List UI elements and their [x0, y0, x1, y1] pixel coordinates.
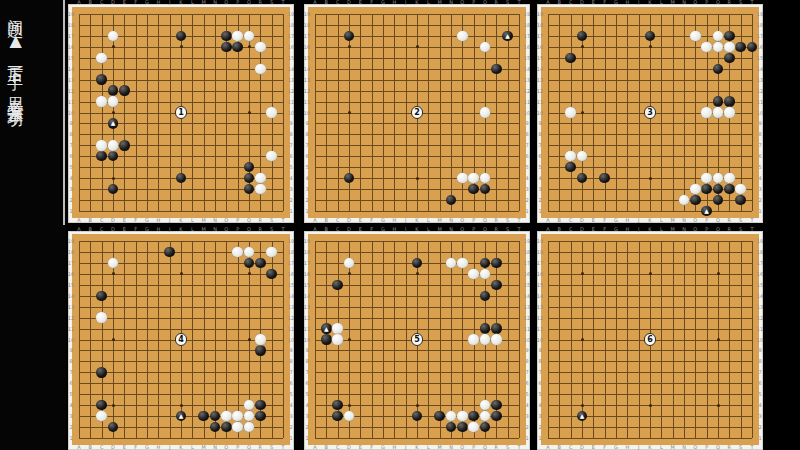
- coord-letter-top: P: [705, 0, 708, 5]
- coord-number-right: 16: [524, 271, 530, 276]
- white-stone-Q10: [713, 107, 723, 117]
- triangle-mark-icon: ▲: [324, 325, 329, 331]
- black-stone-C14: [96, 291, 106, 301]
- go-board-panel-6[interactable]: AA1919BB1818CC1717DD1616EE1515FF1414GG13…: [537, 231, 763, 450]
- grid-line-v: [204, 241, 205, 438]
- grid-line-h: [79, 361, 283, 362]
- white-stone-R14: [255, 64, 265, 74]
- coord-letter-top: H: [156, 227, 160, 232]
- white-stone-S10: [266, 107, 276, 117]
- coord-number-right: 9: [525, 348, 528, 353]
- coord-number-right: 18: [757, 22, 763, 27]
- black-stone-E12: [119, 85, 129, 95]
- coord-number-right: 6: [758, 381, 761, 386]
- coord-number-right: 15: [288, 282, 294, 287]
- problem-title-vertical: 问题：▲后下一手 思考与基本功: [6, 6, 25, 102]
- grid-line-v: [238, 241, 239, 438]
- coord-letter-bottom: J: [405, 218, 406, 223]
- coord-number-right: 4: [758, 176, 761, 181]
- coord-number-right: 17: [757, 260, 763, 265]
- white-stone-Q10: [480, 334, 490, 344]
- coord-number-right: 16: [757, 271, 763, 276]
- coord-letter-top: M: [437, 227, 441, 232]
- star-point: [348, 272, 351, 275]
- coord-letter-top: K: [179, 227, 182, 232]
- star-point: [416, 45, 419, 48]
- coord-letter-bottom: C: [100, 445, 104, 450]
- black-stone-P3: [701, 184, 711, 194]
- grid-line-v: [707, 241, 708, 438]
- coord-number-right: 1: [758, 436, 761, 441]
- coord-number-right: 16: [288, 271, 294, 276]
- coord-letter-bottom: A: [313, 218, 316, 223]
- coord-number-left: 6: [69, 154, 72, 159]
- coord-number-right: 2: [289, 198, 292, 203]
- coord-letter-bottom: O: [693, 445, 697, 450]
- coord-letter-bottom: K: [415, 445, 418, 450]
- coord-letter-bottom: T: [750, 218, 753, 223]
- coord-number-right: 12: [524, 315, 530, 320]
- white-stone-R3: [255, 184, 265, 194]
- coord-number-left: 1: [69, 436, 72, 441]
- star-point: [248, 338, 251, 341]
- coord-number-left: 11: [537, 326, 543, 331]
- white-stone-P16: [701, 42, 711, 52]
- coord-number-left: 9: [69, 348, 72, 353]
- coord-letter-bottom: O: [224, 445, 228, 450]
- coord-number-right: 18: [524, 22, 530, 27]
- coord-letter-top: K: [648, 227, 651, 232]
- go-board-panel-4[interactable]: AA1919BB1818CC1717DD1616EE1515FF1414GG13…: [68, 231, 294, 450]
- coord-number-right: 6: [525, 154, 528, 159]
- white-stone-D7: [108, 140, 118, 150]
- white-stone-P10: [701, 107, 711, 117]
- coord-letter-top: B: [558, 227, 561, 232]
- coord-letter-top: J: [405, 0, 406, 5]
- star-point: [348, 338, 351, 341]
- star-point: [348, 111, 351, 114]
- coord-number-left: 10: [537, 337, 543, 342]
- coord-number-right: 5: [758, 392, 761, 397]
- star-point: [416, 177, 419, 180]
- coord-letter-bottom: N: [449, 445, 453, 450]
- coord-letter-top: B: [325, 0, 328, 5]
- coord-letter-top: K: [415, 227, 418, 232]
- star-point: [717, 404, 720, 407]
- grid-line-v: [519, 14, 520, 211]
- coord-letter-top: K: [648, 0, 651, 5]
- coord-letter-bottom: R: [495, 445, 498, 450]
- go-board-panel-3[interactable]: AA1919BB1818CC1717DD1616EE1515FF1414GG13…: [537, 4, 763, 223]
- coord-number-left: 8: [69, 132, 72, 137]
- black-stone-P3: [468, 411, 478, 421]
- coord-letter-top: G: [381, 0, 385, 5]
- black-stone-M3: [198, 411, 208, 421]
- grid-line-v: [428, 14, 429, 211]
- black-stone-R15: [724, 53, 734, 63]
- white-stone-O17: [690, 31, 700, 41]
- black-stone-R11: [491, 323, 501, 333]
- coord-letter-bottom: P: [236, 218, 239, 223]
- coord-number-left: 15: [68, 282, 74, 287]
- coord-number-left: 4: [69, 176, 72, 181]
- coord-letter-top: C: [569, 0, 573, 5]
- grid-line-h: [315, 394, 519, 395]
- star-point: [112, 45, 115, 48]
- grid-line-h: [315, 372, 519, 373]
- coord-number-left: 19: [304, 239, 310, 244]
- grid-line-v: [729, 241, 730, 438]
- coord-number-left: 10: [68, 110, 74, 115]
- coord-letter-bottom: A: [546, 445, 549, 450]
- coord-number-right: 6: [758, 154, 761, 159]
- coord-number-right: 17: [524, 33, 530, 38]
- coord-number-right: 4: [758, 403, 761, 408]
- white-stone-O3: [690, 184, 700, 194]
- coord-letter-top: H: [392, 0, 396, 5]
- black-stone-R15: [491, 280, 501, 290]
- triangle-mark-icon: ▲: [179, 413, 184, 419]
- star-point: [180, 45, 183, 48]
- black-stone-B11: ▲: [321, 323, 331, 333]
- coord-letter-top: Q: [483, 0, 487, 5]
- coord-number-left: 5: [305, 165, 308, 170]
- coord-letter-bottom: D: [347, 445, 351, 450]
- coord-number-right: 11: [288, 326, 294, 331]
- coord-number-right: 13: [757, 304, 763, 309]
- coord-number-left: 9: [305, 121, 308, 126]
- star-point: [581, 404, 584, 407]
- go-board-panel-5[interactable]: AA1919BB1818CC1717DD1616EE1515FF1414GG13…: [304, 231, 530, 450]
- coord-letter-top: Q: [716, 0, 720, 5]
- black-stone-M3: [434, 411, 444, 421]
- star-point: [581, 272, 584, 275]
- coord-number-right: 19: [757, 239, 763, 244]
- coord-number-left: 2: [69, 425, 72, 430]
- coord-number-left: 8: [69, 359, 72, 364]
- coord-letter-top: M: [437, 0, 441, 5]
- black-stone-O2: [457, 422, 467, 432]
- coord-number-left: 6: [69, 381, 72, 386]
- coord-number-right: 10: [524, 110, 530, 115]
- coord-letter-bottom: L: [191, 218, 194, 223]
- coord-letter-bottom: A: [77, 445, 80, 450]
- coord-letter-top: F: [134, 0, 137, 5]
- coord-number-right: 5: [525, 392, 528, 397]
- coord-letter-bottom: J: [405, 445, 406, 450]
- coord-number-right: 15: [524, 282, 530, 287]
- grid-line-h: [79, 200, 283, 201]
- coord-number-right: 7: [289, 143, 292, 148]
- grid-line-h: [79, 394, 283, 395]
- coord-number-left: 16: [537, 271, 543, 276]
- coord-number-right: 19: [757, 12, 763, 17]
- coord-letter-top: G: [145, 227, 149, 232]
- black-stone-R9: [255, 345, 265, 355]
- coord-number-right: 12: [288, 88, 294, 93]
- coord-number-right: 2: [758, 198, 761, 203]
- coord-number-left: 17: [68, 260, 74, 265]
- coord-letter-bottom: J: [638, 445, 639, 450]
- coord-number-right: 9: [289, 121, 292, 126]
- grid-line-h: [315, 350, 519, 351]
- coord-number-left: 6: [538, 154, 541, 159]
- white-stone-P10: [468, 334, 478, 344]
- grid-line-h: [315, 383, 519, 384]
- coord-number-right: 3: [525, 414, 528, 419]
- coord-letter-top: A: [546, 0, 549, 5]
- black-stone-R17: [491, 258, 501, 268]
- coord-number-left: 3: [305, 414, 308, 419]
- coord-number-right: 15: [757, 55, 763, 60]
- grid-line-h: [315, 156, 519, 157]
- grid-line-v: [684, 14, 685, 211]
- coord-letter-bottom: G: [381, 218, 385, 223]
- go-board-panel-1[interactable]: AA1919BB1818CC1717DD1616EE1515FF1414GG13…: [68, 4, 294, 223]
- coord-number-left: 10: [304, 337, 310, 342]
- coord-number-left: 9: [305, 348, 308, 353]
- star-point: [649, 272, 652, 275]
- coord-number-right: 14: [757, 293, 763, 298]
- grid-line-v: [428, 241, 429, 438]
- coord-number-right: 11: [757, 99, 763, 104]
- coord-number-left: 12: [304, 88, 310, 93]
- coord-number-left: 19: [304, 12, 310, 17]
- black-stone-C13: [96, 74, 106, 84]
- coord-letter-bottom: T: [281, 218, 284, 223]
- coord-number-left: 16: [68, 44, 74, 49]
- coord-number-right: 12: [757, 88, 763, 93]
- coord-letter-top: D: [347, 0, 351, 5]
- grid-line-v: [508, 14, 509, 211]
- black-stone-C15: [565, 53, 575, 63]
- white-stone-S3: [735, 184, 745, 194]
- coord-number-left: 13: [537, 77, 543, 82]
- coord-number-left: 4: [305, 403, 308, 408]
- coord-letter-top: H: [392, 227, 396, 232]
- coord-letter-top: T: [281, 227, 284, 232]
- coord-letter-bottom: L: [427, 218, 430, 223]
- grid-line-v: [192, 14, 193, 211]
- coord-number-right: 9: [758, 121, 761, 126]
- coord-number-left: 16: [304, 44, 310, 49]
- coord-letter-bottom: S: [506, 218, 509, 223]
- coord-number-left: 17: [537, 33, 543, 38]
- star-point: [717, 272, 720, 275]
- coord-number-right: 10: [757, 337, 763, 342]
- coord-number-left: 3: [538, 187, 541, 192]
- coord-number-left: 17: [68, 33, 74, 38]
- coord-number-left: 19: [537, 239, 543, 244]
- grid-line-h: [548, 123, 752, 124]
- grid-line-h: [315, 200, 519, 201]
- star-point: [416, 404, 419, 407]
- grid-line-v: [451, 14, 452, 211]
- coord-letter-bottom: Q: [716, 445, 720, 450]
- black-stone-Q11: [480, 323, 490, 333]
- coord-number-left: 14: [304, 293, 310, 298]
- coord-letter-bottom: E: [359, 445, 362, 450]
- coord-number-left: 2: [538, 425, 541, 430]
- coord-letter-top: N: [449, 0, 453, 5]
- white-stone-C3: [96, 411, 106, 421]
- coord-number-left: 12: [68, 88, 74, 93]
- coord-letter-bottom: E: [592, 445, 595, 450]
- star-point: [581, 45, 584, 48]
- grid-line-v: [673, 241, 674, 438]
- coord-number-left: 12: [537, 315, 543, 320]
- coord-number-left: 11: [304, 326, 310, 331]
- coord-number-left: 3: [69, 414, 72, 419]
- coord-letter-top: M: [670, 227, 674, 232]
- coord-number-left: 7: [305, 370, 308, 375]
- coord-letter-bottom: H: [392, 218, 396, 223]
- black-stone-S17: ▲: [502, 31, 512, 41]
- coord-number-left: 15: [537, 282, 543, 287]
- coord-letter-bottom: M: [670, 218, 674, 223]
- coord-number-left: 6: [305, 154, 308, 159]
- coord-number-left: 1: [305, 436, 308, 441]
- coord-letter-bottom: Q: [483, 218, 487, 223]
- coord-letter-top: B: [89, 227, 92, 232]
- coord-number-left: 8: [305, 132, 308, 137]
- coord-letter-top: F: [370, 0, 373, 5]
- triangle-mark-icon: ▲: [704, 207, 709, 213]
- coord-letter-top: K: [179, 0, 182, 5]
- coord-number-right: 13: [288, 77, 294, 82]
- coord-number-right: 5: [758, 165, 761, 170]
- coord-letter-top: L: [427, 0, 430, 5]
- coord-letter-top: P: [236, 0, 239, 5]
- coord-number-left: 2: [305, 198, 308, 203]
- coord-number-right: 4: [289, 176, 292, 181]
- coord-letter-top: Q: [247, 0, 251, 5]
- coord-number-left: 4: [69, 403, 72, 408]
- coord-letter-bottom: T: [750, 445, 753, 450]
- coord-number-right: 18: [757, 249, 763, 254]
- triangle-mark-icon: ▲: [505, 32, 510, 38]
- black-stone-P3: [468, 184, 478, 194]
- coord-number-right: 2: [758, 425, 761, 430]
- board-number-label: 1: [175, 106, 187, 118]
- white-stone-R16: [724, 42, 734, 52]
- coord-number-left: 18: [304, 22, 310, 27]
- coord-letter-top: P: [705, 227, 708, 232]
- coord-number-right: 8: [525, 132, 528, 137]
- coord-number-left: 18: [68, 249, 74, 254]
- coord-number-left: 10: [537, 110, 543, 115]
- coord-letter-top: O: [224, 0, 228, 5]
- coord-number-right: 2: [525, 198, 528, 203]
- coord-number-left: 8: [538, 359, 541, 364]
- coord-letter-bottom: B: [89, 218, 92, 223]
- coord-number-right: 15: [288, 55, 294, 60]
- white-stone-O17: [457, 31, 467, 41]
- black-stone-P1: ▲: [701, 206, 711, 216]
- grid-line-h: [548, 372, 752, 373]
- black-stone-B10: [321, 334, 331, 344]
- grid-line-h: [315, 438, 519, 439]
- coord-letter-bottom: B: [325, 218, 328, 223]
- grid-line-v: [695, 241, 696, 438]
- coord-number-right: 12: [524, 88, 530, 93]
- coord-number-right: 12: [288, 315, 294, 320]
- coord-number-left: 16: [537, 44, 543, 49]
- coord-number-left: 15: [304, 55, 310, 60]
- coord-letter-top: D: [111, 227, 115, 232]
- coord-number-right: 14: [524, 293, 530, 298]
- coord-number-right: 6: [289, 154, 292, 159]
- coord-number-left: 13: [68, 304, 74, 309]
- grid-line-h: [548, 394, 752, 395]
- star-point: [112, 338, 115, 341]
- coord-letter-bottom: G: [145, 218, 149, 223]
- coord-letter-top: M: [201, 227, 205, 232]
- coord-number-left: 2: [69, 198, 72, 203]
- black-stone-C15: [332, 280, 342, 290]
- coord-letter-top: E: [123, 227, 126, 232]
- coord-letter-bottom: M: [437, 445, 441, 450]
- coord-number-left: 3: [538, 414, 541, 419]
- coord-letter-bottom: A: [313, 445, 316, 450]
- coord-letter-bottom: P: [472, 218, 475, 223]
- coord-letter-bottom: P: [472, 445, 475, 450]
- coord-letter-top: L: [660, 227, 663, 232]
- grid-line-h: [548, 350, 752, 351]
- star-point: [112, 111, 115, 114]
- coord-number-right: 4: [525, 403, 528, 408]
- coord-number-left: 1: [69, 209, 72, 214]
- coord-letter-bottom: O: [460, 445, 464, 450]
- coord-letter-bottom: K: [415, 218, 418, 223]
- coord-letter-bottom: K: [648, 445, 651, 450]
- coord-letter-top: E: [359, 0, 362, 5]
- coord-number-right: 17: [524, 260, 530, 265]
- coord-letter-bottom: G: [614, 445, 618, 450]
- triangle-mark-icon: ▲: [580, 413, 585, 419]
- coord-letter-bottom: K: [179, 445, 182, 450]
- grid-line-v: [741, 241, 742, 438]
- go-board-panel-2[interactable]: AA1919BB1818CC1717DD1616EE1515FF1414GG13…: [304, 4, 530, 223]
- coord-number-right: 17: [288, 33, 294, 38]
- grid-line-h: [315, 361, 519, 362]
- coord-letter-bottom: H: [156, 218, 160, 223]
- grid-line-v: [684, 241, 685, 438]
- coord-number-right: 11: [524, 326, 530, 331]
- coord-number-left: 11: [537, 99, 543, 104]
- coord-number-left: 15: [68, 55, 74, 60]
- coord-letter-top: N: [213, 227, 217, 232]
- star-point: [581, 111, 584, 114]
- grid-line-h: [548, 427, 752, 428]
- coord-letter-bottom: M: [437, 218, 441, 223]
- coord-number-left: 13: [537, 304, 543, 309]
- coord-letter-bottom: H: [625, 218, 629, 223]
- coord-letter-top: H: [156, 0, 160, 5]
- coord-letter-bottom: M: [670, 445, 674, 450]
- coord-letter-top: R: [728, 0, 731, 5]
- coord-letter-top: B: [558, 0, 561, 5]
- coord-letter-bottom: F: [134, 445, 137, 450]
- coord-letter-bottom: G: [614, 218, 618, 223]
- black-stone-Q14: [480, 291, 490, 301]
- coord-letter-top: B: [89, 0, 92, 5]
- coord-number-right: 13: [524, 77, 530, 82]
- black-stone-R14: [491, 64, 501, 74]
- coord-number-left: 7: [69, 370, 72, 375]
- white-stone-P18: [232, 247, 242, 257]
- coord-number-left: 8: [538, 132, 541, 137]
